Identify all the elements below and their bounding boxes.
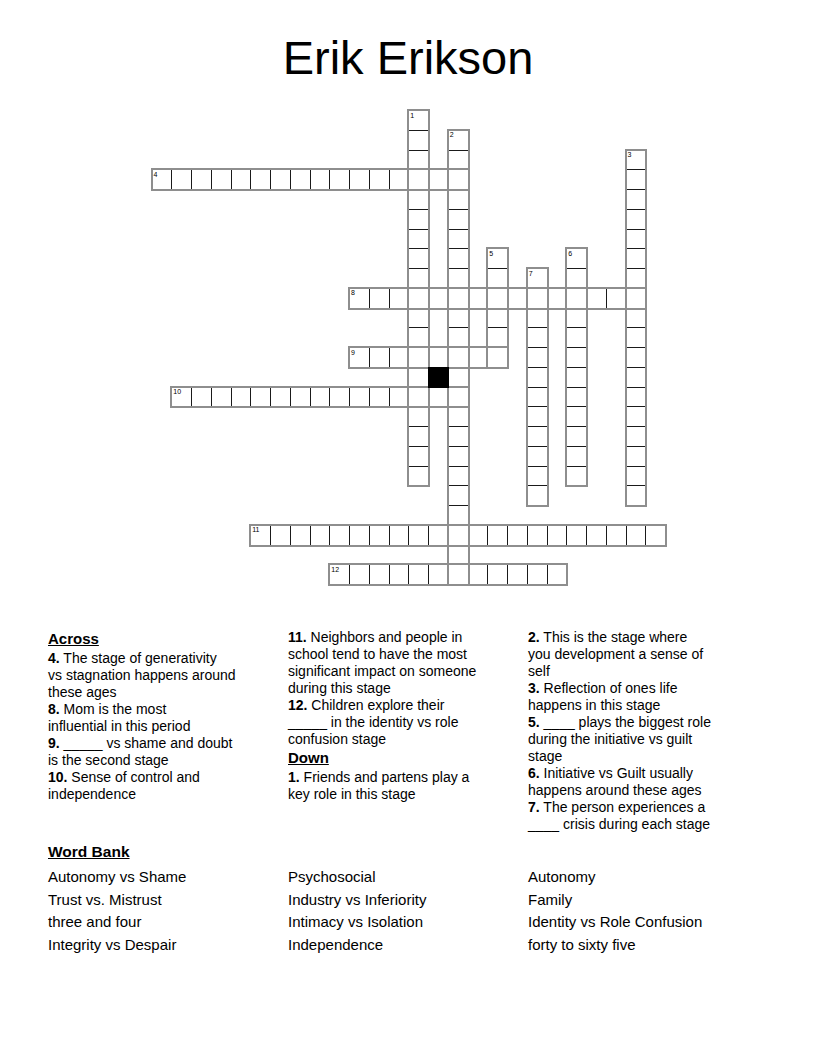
grid-clue-number: 8: [351, 289, 355, 297]
grid-cell[interactable]: [329, 387, 350, 408]
grid-clue-number: 12: [331, 566, 339, 574]
clue: 10. Sense of control and independence: [48, 769, 286, 803]
grid-cell[interactable]: [566, 446, 587, 467]
clue-text: The stage of generativity vs stagnation …: [48, 650, 236, 700]
grid-cell[interactable]: [428, 564, 449, 585]
grid-cell[interactable]: [606, 525, 627, 546]
grid-cell[interactable]: [408, 308, 429, 329]
grid-cell[interactable]: [527, 406, 548, 427]
grid-cell[interactable]: [566, 308, 587, 329]
grid-cell[interactable]: [448, 169, 469, 190]
clue-text: The person experiences a ____ crisis dur…: [528, 799, 710, 832]
grid-cell[interactable]: [487, 347, 508, 368]
clue: 4. The stage of generativity vs stagnati…: [48, 650, 286, 701]
grid-cell[interactable]: [566, 387, 587, 408]
grid-cell[interactable]: [329, 169, 350, 190]
grid-cell[interactable]: [547, 564, 568, 585]
word-bank-header: Word Bank: [48, 842, 130, 862]
grid-cell[interactable]: [270, 387, 291, 408]
grid-cell[interactable]: [448, 564, 469, 585]
clue: 3. Reflection of ones life happens in th…: [528, 680, 788, 714]
grid-cell[interactable]: [566, 406, 587, 427]
grid-cell[interactable]: [527, 564, 548, 585]
grid-cell[interactable]: [448, 466, 469, 487]
grid-cell[interactable]: [566, 525, 587, 546]
grid-cell[interactable]: [527, 466, 548, 487]
grid-cell[interactable]: [369, 169, 390, 190]
grid-cell[interactable]: [408, 189, 429, 210]
clue: 2. This is the stage where you developme…: [528, 629, 788, 680]
grid-cell[interactable]: [448, 288, 469, 309]
word-bank-item: Identity vs Role Confusion: [528, 911, 702, 934]
grid-cell[interactable]: [645, 525, 666, 546]
clue-text: Friends and partens play a key role in t…: [288, 769, 469, 802]
page-title: Erik Erikson: [0, 30, 816, 86]
grid-cell[interactable]: [408, 426, 429, 447]
grid-cell[interactable]: [369, 387, 390, 408]
grid-cell[interactable]: [408, 209, 429, 230]
grid-cell[interactable]: [389, 525, 410, 546]
grid-cell[interactable]: [231, 387, 252, 408]
word-bank-item: Family: [528, 889, 702, 912]
grid-cell[interactable]: [389, 169, 410, 190]
grid-cell[interactable]: [547, 288, 568, 309]
grid-cell[interactable]: [468, 564, 489, 585]
clue-text: _____ vs shame and doubt is the second s…: [48, 735, 232, 768]
grid-cell[interactable]: [448, 446, 469, 467]
clue-number-label: 8.: [48, 701, 60, 717]
word-bank-item: Trust vs. Mistrust: [48, 889, 186, 912]
clue-column-across: Across4. The stage of generativity vs st…: [48, 629, 286, 803]
grid-clue-number: 1: [410, 112, 414, 120]
grid-cell[interactable]: [626, 327, 647, 348]
clue: 12. Children explore their _____ in the …: [288, 697, 538, 748]
grid-cell[interactable]: [566, 327, 587, 348]
grid-cell[interactable]: [408, 130, 429, 151]
grid-cell[interactable]: [310, 387, 331, 408]
clue-number-label: 2.: [528, 629, 540, 645]
grid-clue-number: 9: [351, 349, 355, 357]
grid-cell[interactable]: [408, 466, 429, 487]
grid-cell[interactable]: [448, 248, 469, 269]
grid-cell[interactable]: [626, 229, 647, 250]
clue-number-label: 3.: [528, 680, 540, 696]
grid-cell[interactable]: [290, 387, 311, 408]
grid-cell[interactable]: [626, 268, 647, 289]
grid-cell[interactable]: [626, 387, 647, 408]
grid-cell[interactable]: [408, 446, 429, 467]
grid-cell[interactable]: [250, 169, 271, 190]
grid-clue-number: 5: [489, 250, 493, 258]
grid-cell[interactable]: [231, 169, 252, 190]
grid-cell[interactable]: [389, 564, 410, 585]
grid-cell[interactable]: [487, 564, 508, 585]
grid-cell[interactable]: [408, 288, 429, 309]
grid-cell[interactable]: [349, 387, 370, 408]
grid-cell[interactable]: [626, 446, 647, 467]
clue-column-down: 2. This is the stage where you developme…: [528, 629, 788, 833]
grid-cell[interactable]: [586, 288, 607, 309]
grid-cell[interactable]: [369, 288, 390, 309]
grid-cell[interactable]: [369, 525, 390, 546]
grid-cell[interactable]: [626, 347, 647, 368]
word-bank-item: forty to sixty five: [528, 934, 702, 957]
grid-cell[interactable]: [369, 564, 390, 585]
grid-cell[interactable]: [408, 367, 429, 388]
clue-text: Neighbors and people in school tend to h…: [288, 629, 476, 696]
clue-text: Mom is the most influential in this peri…: [48, 701, 190, 734]
grid-cell[interactable]: [487, 308, 508, 329]
grid-cell[interactable]: [527, 485, 548, 506]
grid-cell[interactable]: [349, 525, 370, 546]
grid-cell[interactable]: [310, 169, 331, 190]
grid-cell[interactable]: [428, 387, 449, 408]
worksheet-page: Erik Erikson 123456789101112 Across4. Th…: [0, 0, 816, 1056]
grid-cell[interactable]: [448, 485, 469, 506]
grid-cell[interactable]: [448, 229, 469, 250]
grid-clue-number: 2: [450, 131, 454, 139]
grid-cell[interactable]: [369, 347, 390, 368]
grid-cell[interactable]: [408, 229, 429, 250]
clue: 5. ____ plays the biggest role during th…: [528, 714, 788, 765]
grid-cell[interactable]: [448, 189, 469, 210]
grid-cell[interactable]: [527, 347, 548, 368]
grid-cell[interactable]: [211, 169, 232, 190]
grid-clue-number: 3: [628, 151, 632, 159]
grid-cell[interactable]: [626, 209, 647, 230]
grid-cell[interactable]: [408, 525, 429, 546]
grid-cell[interactable]: [626, 426, 647, 447]
grid-cell[interactable]: [507, 564, 528, 585]
grid-cell[interactable]: [626, 189, 647, 210]
grid-cell[interactable]: [171, 169, 192, 190]
grid-cell[interactable]: [448, 505, 469, 526]
clue: 7. The person experiences a ____ crisis …: [528, 799, 788, 833]
grid-cell[interactable]: [527, 446, 548, 467]
grid-cell[interactable]: [408, 169, 429, 190]
word-bank-item: Integrity vs Despair: [48, 934, 186, 957]
clue: 9. _____ vs shame and doubt is the secon…: [48, 735, 286, 769]
grid-clue-number: 4: [154, 171, 158, 179]
grid-cell[interactable]: [448, 327, 469, 348]
grid-cell[interactable]: [626, 406, 647, 427]
grid-cell[interactable]: [448, 150, 469, 171]
clue: 8. Mom is the most influential in this p…: [48, 701, 286, 735]
blocked-cell: [428, 367, 449, 388]
grid-cell[interactable]: [389, 387, 410, 408]
grid-clue-number: 11: [252, 526, 259, 534]
grid-cell[interactable]: [408, 347, 429, 368]
grid-cell[interactable]: [448, 347, 469, 368]
crossword-grid: 123456789101112: [152, 110, 668, 586]
grid-cell[interactable]: [468, 288, 489, 309]
grid-cell[interactable]: [329, 525, 350, 546]
clue-number-label: 5.: [528, 714, 540, 730]
grid-cell[interactable]: [408, 248, 429, 269]
grid-cell[interactable]: [487, 525, 508, 546]
grid-cell[interactable]: [290, 525, 311, 546]
grid-cell[interactable]: [527, 367, 548, 388]
clue-text: ____ plays the biggest role during the i…: [528, 714, 711, 764]
grid-cell[interactable]: [468, 347, 489, 368]
clue-section-header: Across: [48, 629, 286, 648]
grid-cell[interactable]: [487, 327, 508, 348]
grid-cell[interactable]: [606, 288, 627, 309]
grid-cell[interactable]: [448, 268, 469, 289]
grid-cell[interactable]: [566, 347, 587, 368]
grid-cell[interactable]: [408, 406, 429, 427]
grid-cell[interactable]: [448, 426, 469, 447]
grid-cell[interactable]: [310, 525, 331, 546]
word-bank-item: Autonomy: [528, 866, 702, 889]
grid-cell[interactable]: [566, 367, 587, 388]
grid-clue-number: 10: [173, 388, 181, 396]
grid-cell[interactable]: [448, 209, 469, 230]
clue-text: Sense of control and independence: [48, 769, 200, 802]
word-bank-item: Intimacy vs Isolation: [288, 911, 426, 934]
grid-cell[interactable]: [527, 426, 548, 447]
clue: 11. Neighbors and people in school tend …: [288, 629, 538, 697]
grid-cell[interactable]: [626, 466, 647, 487]
grid-cell[interactable]: [389, 347, 410, 368]
grid-cell[interactable]: [408, 268, 429, 289]
grid-cell[interactable]: [408, 564, 429, 585]
grid-cell[interactable]: [566, 288, 587, 309]
grid-cell[interactable]: [527, 327, 548, 348]
clue-number-label: 7.: [528, 799, 540, 815]
grid-cell[interactable]: [586, 525, 607, 546]
grid-cell[interactable]: [547, 525, 568, 546]
word-bank-column-1: Autonomy vs ShameTrust vs. Mistrustthree…: [48, 866, 186, 956]
grid-cell[interactable]: [448, 406, 469, 427]
grid-cell[interactable]: [349, 564, 370, 585]
clue-number-label: 6.: [528, 765, 540, 781]
word-bank-column-2: PsychosocialIndustry vs InferiorityIntim…: [288, 866, 426, 956]
grid-cell[interactable]: [448, 308, 469, 329]
grid-cell[interactable]: [270, 169, 291, 190]
grid-cell[interactable]: [527, 308, 548, 329]
clue-number-label: 4.: [48, 650, 60, 666]
grid-cell[interactable]: [468, 525, 489, 546]
grid-cell[interactable]: [507, 525, 528, 546]
grid-cell[interactable]: [626, 248, 647, 269]
grid-cell[interactable]: [626, 288, 647, 309]
grid-cell[interactable]: [448, 367, 469, 388]
grid-cell[interactable]: [527, 525, 548, 546]
grid-cell[interactable]: [566, 466, 587, 487]
grid-cell[interactable]: [408, 150, 429, 171]
grid-cell[interactable]: [626, 169, 647, 190]
clue-text: Reflection of ones life happens in this …: [528, 680, 677, 713]
word-bank-column-3: AutonomyFamilyIdentity vs Role Confusion…: [528, 866, 702, 956]
grid-cell[interactable]: [448, 525, 469, 546]
grid-cell[interactable]: [191, 169, 212, 190]
word-bank-item: Psychosocial: [288, 866, 426, 889]
clue-number-label: 9.: [48, 735, 60, 751]
grid-cell[interactable]: [487, 268, 508, 289]
grid-cell[interactable]: [428, 169, 449, 190]
grid-cell[interactable]: [211, 387, 232, 408]
clue-text: Children explore their _____ in the iden…: [288, 697, 458, 747]
clue: 1. Friends and partens play a key role i…: [288, 769, 538, 803]
grid-cell[interactable]: [626, 485, 647, 506]
word-bank-item: Autonomy vs Shame: [48, 866, 186, 889]
clue-number-label: 12.: [288, 697, 307, 713]
grid-cell[interactable]: [408, 387, 429, 408]
grid-cell[interactable]: [408, 327, 429, 348]
grid-clue-number: 7: [529, 270, 533, 278]
word-bank-item: three and four: [48, 911, 186, 934]
grid-cell[interactable]: [428, 288, 449, 309]
clue-number-label: 1.: [288, 769, 300, 785]
grid-cell[interactable]: [527, 387, 548, 408]
grid-cell[interactable]: [566, 268, 587, 289]
grid-cell[interactable]: [626, 525, 647, 546]
grid-cell[interactable]: [507, 288, 528, 309]
grid-cell[interactable]: [626, 308, 647, 329]
grid-cell[interactable]: [527, 288, 548, 309]
grid-cell[interactable]: [448, 387, 469, 408]
grid-cell[interactable]: [487, 288, 508, 309]
grid-cell[interactable]: [349, 169, 370, 190]
clue: 6. Initiative vs Guilt usually happens a…: [528, 765, 788, 799]
grid-clue-number: 6: [568, 250, 572, 258]
word-bank-item: Independence: [288, 934, 426, 957]
clue-section-header: Down: [288, 748, 538, 767]
clue-number-label: 10.: [48, 769, 67, 785]
grid-cell[interactable]: [250, 387, 271, 408]
word-bank-item: Industry vs Inferiority: [288, 889, 426, 912]
clue-text: Initiative vs Guilt usually happens arou…: [528, 765, 702, 798]
grid-cell[interactable]: [448, 545, 469, 566]
grid-cell[interactable]: [191, 387, 212, 408]
clue-text: This is the stage where you development …: [528, 629, 703, 679]
grid-cell[interactable]: [566, 426, 587, 447]
grid-cell[interactable]: [428, 525, 449, 546]
clue-column-middle: 11. Neighbors and people in school tend …: [288, 629, 538, 803]
grid-cell[interactable]: [290, 169, 311, 190]
grid-cell[interactable]: [270, 525, 291, 546]
clue-number-label: 11.: [288, 629, 307, 645]
grid-cell[interactable]: [389, 288, 410, 309]
grid-cell[interactable]: [428, 347, 449, 368]
grid-cell[interactable]: [626, 367, 647, 388]
